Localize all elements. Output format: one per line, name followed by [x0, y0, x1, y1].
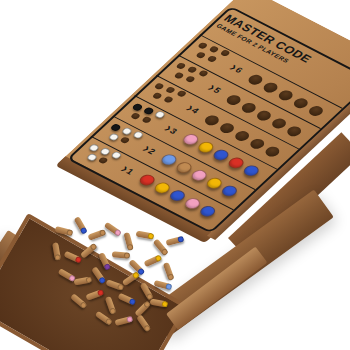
key-hole[interactable]	[185, 75, 196, 83]
code-hole[interactable]	[263, 145, 282, 159]
row-arrow-icon: ❯	[142, 145, 151, 151]
peg-color-cap	[80, 227, 88, 235]
key-hole[interactable]	[163, 96, 174, 104]
key-peg-white[interactable]	[107, 132, 120, 141]
peg-color-cap	[177, 236, 184, 243]
key-peg-black[interactable]	[109, 123, 122, 132]
loose-peg-blue[interactable]	[74, 216, 88, 234]
key-hole[interactable]	[175, 62, 186, 70]
key-hole[interactable]	[220, 49, 231, 57]
code-hole[interactable]	[248, 137, 267, 151]
key-hole[interactable]	[152, 92, 163, 100]
code-hole[interactable]	[202, 114, 221, 128]
key-hole[interactable]	[187, 66, 198, 74]
key-hole[interactable]	[154, 82, 165, 90]
key-hole[interactable]	[197, 42, 208, 50]
row-arrow-icon: ❯	[207, 84, 216, 90]
code-hole[interactable]	[269, 117, 288, 131]
row-arrow-icon: ❯	[120, 166, 129, 172]
row-arrow-icon: ❯	[164, 125, 173, 131]
loose-peg-natural[interactable]	[112, 251, 129, 258]
key-peg-white[interactable]	[120, 127, 133, 136]
code-hole[interactable]	[291, 96, 310, 110]
key-peg-white[interactable]	[154, 110, 167, 119]
code-hole[interactable]	[232, 129, 251, 143]
code-hole[interactable]	[306, 104, 325, 118]
code-hole[interactable]	[284, 125, 303, 139]
key-peg-white[interactable]	[132, 130, 145, 139]
peg-color-cap	[127, 244, 134, 251]
key-hole[interactable]	[173, 72, 184, 80]
code-peg-blue[interactable]	[219, 184, 240, 199]
key-peg-white[interactable]	[86, 153, 99, 162]
code-hole[interactable]	[261, 81, 280, 95]
key-hole[interactable]	[198, 69, 209, 77]
key-hole[interactable]	[208, 45, 219, 53]
key-peg-black[interactable]	[131, 103, 144, 112]
loose-peg-natural[interactable]	[123, 232, 133, 250]
loose-peg-natural[interactable]	[163, 262, 174, 280]
code-peg-blue[interactable]	[241, 163, 262, 178]
key-peg-white[interactable]	[110, 151, 123, 160]
peg-color-cap	[99, 229, 107, 237]
key-hole[interactable]	[165, 86, 176, 94]
code-peg-blue[interactable]	[197, 204, 218, 219]
peg-color-cap	[167, 273, 175, 281]
loose-peg-yellow[interactable]	[136, 231, 154, 240]
key-hole[interactable]	[176, 90, 187, 98]
peg-color-cap	[154, 254, 162, 262]
loose-peg-natural[interactable]	[87, 229, 105, 240]
code-hole[interactable]	[224, 93, 243, 107]
code-hole[interactable]	[276, 89, 295, 103]
code-hole[interactable]	[246, 73, 265, 87]
key-peg-black[interactable]	[142, 106, 155, 115]
key-hole[interactable]	[119, 136, 130, 144]
loose-peg-blue[interactable]	[166, 236, 184, 246]
peg-color-cap	[114, 229, 122, 237]
peg-color-cap	[147, 233, 154, 240]
code-hole[interactable]	[254, 109, 273, 123]
peg-color-cap	[160, 248, 168, 256]
row-arrow-icon: ❯	[186, 105, 195, 111]
peg-color-cap	[124, 252, 131, 259]
key-hole[interactable]	[195, 51, 206, 59]
product-photo-canvas: MASTER CODE GAME FOR 2 PLAYERS ❯6❯5❯4❯3❯…	[0, 0, 350, 350]
key-hole[interactable]	[130, 112, 141, 120]
key-hole[interactable]	[206, 55, 217, 63]
loose-peg-yellow[interactable]	[144, 255, 162, 268]
row-arrow-icon: ❯	[229, 64, 238, 70]
key-peg-white[interactable]	[99, 147, 112, 156]
code-hole[interactable]	[217, 121, 236, 135]
key-peg-white[interactable]	[87, 143, 100, 152]
peg-color-cap	[66, 229, 73, 236]
key-hole[interactable]	[141, 116, 152, 124]
peg-color-cap	[165, 283, 172, 290]
key-hole[interactable]	[98, 156, 109, 164]
code-hole[interactable]	[239, 101, 258, 115]
loose-peg-pink[interactable]	[104, 222, 121, 237]
peg-color-cap	[89, 243, 97, 251]
